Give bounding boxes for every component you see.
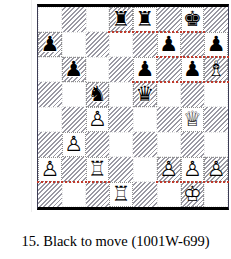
square-d6 — [109, 57, 133, 82]
square-e7 — [133, 32, 157, 57]
square-e3 — [133, 132, 157, 157]
spellcheck-squiggle — [108, 31, 134, 33]
square-g3 — [181, 132, 205, 157]
page-edge-artifact-line — [31, 0, 32, 212]
spellcheck-squiggle — [180, 56, 206, 58]
square-h6: ♝♗ — [204, 57, 228, 82]
square-c4: ♟♙ — [86, 107, 110, 132]
square-a5 — [38, 82, 62, 107]
square-h5 — [204, 82, 228, 107]
square-c5: ♞ — [86, 82, 110, 107]
white-bishop: ♝♗ — [204, 57, 228, 82]
square-b1 — [62, 182, 86, 207]
black-pawn: ♟ — [157, 32, 181, 57]
square-h7: ♟ — [204, 32, 228, 57]
square-e1 — [133, 182, 157, 207]
square-d5 — [109, 82, 133, 107]
square-f3 — [157, 132, 181, 157]
square-b6: ♟ — [62, 57, 86, 82]
square-d1: ♜♖ — [109, 182, 133, 207]
spellcheck-squiggle — [180, 81, 206, 83]
square-g4: ♛♕ — [181, 107, 205, 132]
square-h3 — [204, 132, 228, 157]
square-b2 — [62, 157, 86, 182]
black-rook: ♜ — [133, 7, 157, 32]
square-h8 — [204, 7, 228, 32]
square-a1 — [38, 182, 62, 207]
white-queen: ♛♕ — [181, 107, 205, 132]
spellcheck-squiggle — [37, 181, 63, 183]
white-king: ♚♔ — [181, 182, 205, 207]
square-g1: ♚♔ — [181, 182, 205, 207]
square-h1 — [204, 182, 228, 207]
square-d8: ♜ — [109, 7, 133, 32]
square-h4 — [204, 107, 228, 132]
chess-board: ♜♜♚♟♟♟♟♟♟♝♗♞♛♟♙♛♕♟♙♟♙♜♖♟♙♟♙♟♙♜♖♚♔ — [38, 7, 228, 207]
square-c2: ♜♖ — [86, 157, 110, 182]
square-a4 — [38, 107, 62, 132]
black-pawn: ♟ — [181, 57, 205, 82]
square-c1 — [86, 182, 110, 207]
square-d4 — [109, 107, 133, 132]
square-h2: ♟♙ — [204, 157, 228, 182]
black-pawn: ♟ — [62, 57, 86, 82]
square-e5: ♛ — [133, 82, 157, 107]
black-king: ♚ — [181, 7, 205, 32]
board-frame: ♜♜♚♟♟♟♟♟♟♝♗♞♛♟♙♛♕♟♙♟♙♜♖♟♙♟♙♟♙♜♖♚♔ — [37, 4, 229, 210]
square-f5 — [157, 82, 181, 107]
square-c6 — [86, 57, 110, 82]
square-a6 — [38, 57, 62, 82]
spellcheck-squiggle — [132, 81, 158, 83]
square-e4 — [133, 107, 157, 132]
white-rook: ♜♖ — [109, 182, 133, 207]
spellcheck-squiggle — [203, 56, 229, 58]
square-a3 — [38, 132, 62, 157]
black-pawn: ♟ — [133, 57, 157, 82]
square-a2: ♟♙ — [38, 157, 62, 182]
square-f8 — [157, 7, 181, 32]
white-rook: ♜♖ — [86, 157, 110, 182]
square-b5 — [62, 82, 86, 107]
spellcheck-squiggle — [61, 181, 87, 183]
square-c3 — [86, 132, 110, 157]
white-pawn: ♟♙ — [157, 157, 181, 182]
spellcheck-squiggle — [156, 31, 182, 33]
square-b8 — [62, 7, 86, 32]
diagram-caption: 15. Black to move (1001W-699) — [0, 233, 231, 250]
white-pawn: ♟♙ — [181, 157, 205, 182]
black-pawn: ♟ — [38, 32, 62, 57]
square-d3 — [109, 132, 133, 157]
white-pawn: ♟♙ — [86, 107, 110, 132]
square-f7: ♟ — [157, 32, 181, 57]
spellcheck-squiggle — [85, 181, 111, 183]
black-pawn: ♟ — [204, 32, 228, 57]
square-b4 — [62, 107, 86, 132]
spellcheck-squiggle — [156, 181, 182, 183]
spellcheck-squiggle — [180, 181, 206, 183]
square-f2: ♟♙ — [157, 157, 181, 182]
white-pawn: ♟♙ — [62, 132, 86, 157]
square-e6: ♟ — [133, 57, 157, 82]
square-b3: ♟♙ — [62, 132, 86, 157]
square-a7: ♟ — [38, 32, 62, 57]
square-c8 — [86, 7, 110, 32]
white-pawn: ♟♙ — [204, 157, 228, 182]
spellcheck-squiggle — [132, 31, 158, 33]
square-c7 — [86, 32, 110, 57]
square-d2 — [109, 157, 133, 182]
square-a8 — [38, 7, 62, 32]
spellcheck-squiggle — [203, 181, 229, 183]
spellcheck-squiggle — [156, 81, 182, 83]
square-f4 — [157, 107, 181, 132]
spellcheck-squiggle — [180, 31, 206, 33]
spellcheck-squiggle — [203, 81, 229, 83]
square-d7 — [109, 32, 133, 57]
square-g8: ♚ — [181, 7, 205, 32]
square-e2 — [133, 157, 157, 182]
square-e8: ♜ — [133, 7, 157, 32]
square-g7 — [181, 32, 205, 57]
square-b7 — [62, 32, 86, 57]
square-g2: ♟♙ — [181, 157, 205, 182]
black-queen: ♛ — [133, 82, 157, 107]
square-g5 — [181, 82, 205, 107]
spellcheck-squiggle — [156, 56, 182, 58]
black-rook: ♜ — [109, 7, 133, 32]
square-f1 — [157, 182, 181, 207]
square-f6 — [157, 57, 181, 82]
black-knight: ♞ — [86, 82, 110, 107]
square-g6: ♟ — [181, 57, 205, 82]
white-pawn: ♟♙ — [38, 157, 62, 182]
